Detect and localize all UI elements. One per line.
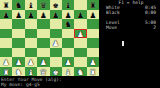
- white-piece-p-h2: ♟: [90, 57, 96, 67]
- black-piece-b-c8: ♝: [28, 0, 34, 10]
- square-e4[interactable]: ♟: [50, 38, 62, 48]
- engine-move-message: My move: g4-g5: [1, 82, 159, 87]
- black-piece-r-a8: ♜: [3, 0, 9, 10]
- square-a3[interactable]: [0, 48, 12, 58]
- square-d6[interactable]: [37, 19, 49, 29]
- square-c5[interactable]: [25, 29, 37, 39]
- game-status-label: Move: [106, 26, 117, 31]
- square-d1[interactable]: ♛: [37, 67, 49, 77]
- square-d3[interactable]: [37, 48, 49, 58]
- square-b4[interactable]: [12, 38, 24, 48]
- square-d5[interactable]: [37, 29, 49, 39]
- square-c6[interactable]: [25, 19, 37, 29]
- black-piece-k-e8: ♚: [53, 0, 59, 10]
- square-f7[interactable]: ♟: [62, 10, 74, 20]
- square-f1[interactable]: ♝: [62, 67, 74, 77]
- square-g5[interactable]: ♟: [74, 29, 86, 39]
- square-a2[interactable]: ♟: [0, 57, 12, 67]
- white-piece-p-a2: ♟: [3, 57, 9, 67]
- square-f4[interactable]: [62, 38, 74, 48]
- black-piece-p-e7: ♟: [53, 10, 59, 20]
- chess-board[interactable]: ♜♞♝♛♚♝♜♟♟♟♟♟♟♟♟♞♟♟♟♟♟♟♟♟♜♞♝♛♚♝♞♜: [0, 0, 99, 76]
- square-b6[interactable]: [12, 19, 24, 29]
- text-cursor: [122, 41, 124, 46]
- black-piece-n-b8: ♞: [16, 0, 22, 10]
- white-piece-k-e1: ♚: [53, 67, 59, 77]
- square-f3[interactable]: [62, 48, 74, 58]
- square-h6[interactable]: [87, 19, 99, 29]
- clock-value: 0:00: [145, 11, 156, 16]
- square-c1[interactable]: ♝: [25, 67, 37, 77]
- status-bar: Enter Your Move (alg): My move: g4-g5: [1, 77, 159, 88]
- square-h7[interactable]: ♟: [87, 10, 99, 20]
- square-d2[interactable]: ♟: [37, 57, 49, 67]
- info-panel: F1 = help White0:45Black0:00 Level5:00Mo…: [106, 1, 156, 30]
- square-a1[interactable]: ♜: [0, 67, 12, 77]
- square-e5[interactable]: [50, 29, 62, 39]
- square-h3[interactable]: [87, 48, 99, 58]
- black-piece-n-f6: ♞: [65, 19, 71, 29]
- square-c3[interactable]: [25, 48, 37, 58]
- square-h4[interactable]: [87, 38, 99, 48]
- square-d8[interactable]: ♛: [37, 0, 49, 10]
- black-piece-p-h7: ♟: [90, 10, 96, 20]
- square-c7[interactable]: ♟: [25, 10, 37, 20]
- square-b8[interactable]: ♞: [12, 0, 24, 10]
- square-a8[interactable]: ♜: [0, 0, 12, 10]
- chess-app-screen: ♜♞♝♛♚♝♜♟♟♟♟♟♟♟♟♞♟♟♟♟♟♟♟♟♜♞♝♛♚♝♞♜ F1 = he…: [0, 0, 160, 88]
- square-f8[interactable]: ♝: [62, 0, 74, 10]
- square-f6[interactable]: ♞: [62, 19, 74, 29]
- white-piece-n-g1: ♞: [78, 67, 84, 77]
- square-d7[interactable]: ♟: [37, 10, 49, 20]
- white-piece-p-f2: ♟: [65, 57, 71, 67]
- square-e1[interactable]: ♚: [50, 67, 62, 77]
- white-piece-b-f1: ♝: [65, 67, 71, 77]
- square-g8[interactable]: [74, 0, 86, 10]
- black-piece-p-d7: ♟: [40, 10, 46, 20]
- clock-label: Black: [106, 11, 120, 16]
- black-piece-q-d8: ♛: [40, 0, 46, 10]
- square-g2[interactable]: [74, 57, 86, 67]
- white-piece-b-c1: ♝: [28, 67, 34, 77]
- square-h2[interactable]: ♟: [87, 57, 99, 67]
- white-piece-n-b1: ♞: [16, 67, 22, 77]
- white-piece-p-g5: ♟: [78, 29, 84, 39]
- square-h8[interactable]: ♜: [87, 0, 99, 10]
- game-status-move: Move2: [106, 26, 156, 31]
- square-c4[interactable]: [25, 38, 37, 48]
- square-h5[interactable]: [87, 29, 99, 39]
- square-b5[interactable]: [12, 29, 24, 39]
- black-piece-p-b7: ♟: [16, 10, 22, 20]
- square-e3[interactable]: [50, 48, 62, 58]
- square-h1[interactable]: ♜: [87, 67, 99, 77]
- clock-rows: White0:45Black0:00: [106, 6, 156, 16]
- square-b7[interactable]: ♟: [12, 10, 24, 20]
- white-piece-p-e4: ♟: [53, 38, 59, 48]
- square-g1[interactable]: ♞: [74, 67, 86, 77]
- square-f5[interactable]: [62, 29, 74, 39]
- square-e8[interactable]: ♚: [50, 0, 62, 10]
- square-e7[interactable]: ♟: [50, 10, 62, 20]
- square-a6[interactable]: [0, 19, 12, 29]
- white-piece-p-d2: ♟: [40, 57, 46, 67]
- square-e6[interactable]: [50, 19, 62, 29]
- white-piece-p-b2: ♟: [16, 57, 22, 67]
- square-g3[interactable]: [74, 48, 86, 58]
- square-d4[interactable]: [37, 38, 49, 48]
- black-piece-r-h8: ♜: [90, 0, 96, 10]
- black-piece-p-a7: ♟: [3, 10, 9, 20]
- square-c2[interactable]: ♟: [25, 57, 37, 67]
- black-piece-p-g7: ♟: [78, 10, 84, 20]
- status-rows: Level5:00Move2: [106, 21, 156, 31]
- black-piece-b-f8: ♝: [65, 0, 71, 10]
- square-a5[interactable]: [0, 29, 12, 39]
- square-g7[interactable]: ♟: [74, 10, 86, 20]
- square-b1[interactable]: ♞: [12, 67, 24, 77]
- white-piece-q-d1: ♛: [40, 67, 46, 77]
- game-status-value: 2: [153, 26, 156, 31]
- black-piece-p-c7: ♟: [28, 10, 34, 20]
- square-a4[interactable]: [0, 38, 12, 48]
- square-c8[interactable]: ♝: [25, 0, 37, 10]
- square-g6[interactable]: [74, 19, 86, 29]
- white-piece-p-c2: ♟: [28, 57, 34, 67]
- square-b3[interactable]: [12, 48, 24, 58]
- square-e2[interactable]: [50, 57, 62, 67]
- white-piece-r-a1: ♜: [3, 67, 9, 77]
- black-piece-p-f7: ♟: [65, 10, 71, 20]
- square-b2[interactable]: ♟: [12, 57, 24, 67]
- white-piece-r-h1: ♜: [90, 67, 96, 77]
- square-a7[interactable]: ♟: [0, 10, 12, 20]
- square-g4[interactable]: [74, 38, 86, 48]
- square-f2[interactable]: ♟: [62, 57, 74, 67]
